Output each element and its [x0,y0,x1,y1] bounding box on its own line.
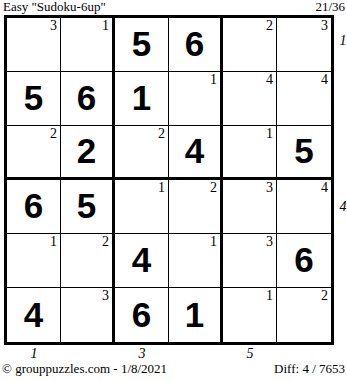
pencil-mark: 1 [210,234,217,250]
cell-r5c3[interactable]: 4 [115,234,169,288]
given-counter: 21/36 [315,0,345,14]
sudoku-grid: 315623561144222415651234124136436112 [4,15,334,345]
cell-r1c4[interactable]: 6 [169,18,223,72]
cell-r6c1[interactable]: 4 [7,288,61,342]
big-digit: 1 [132,80,151,115]
pencil-mark: 3 [321,18,328,34]
cell-r1c2[interactable]: 1 [61,18,115,72]
cell-r3c6[interactable]: 5 [277,126,331,180]
big-digit: 5 [24,80,43,115]
cell-r1c6[interactable]: 3 [277,18,331,72]
big-digit: 4 [132,242,151,277]
big-digit: 6 [185,26,204,61]
big-digit: 4 [185,133,204,168]
cell-r2c6[interactable]: 4 [277,72,331,126]
big-digit: 6 [132,297,151,332]
cell-r3c5[interactable]: 1 [223,126,277,180]
pencil-mark: 1 [266,288,273,304]
pencil-mark: 2 [210,180,217,196]
pencil-mark: 3 [266,180,273,196]
cell-r4c4[interactable]: 2 [169,180,223,234]
row-label-4: 4 [339,199,347,215]
big-digit: 6 [24,188,43,223]
pencil-mark: 4 [266,72,273,88]
cell-r2c3[interactable]: 1 [115,72,169,126]
cell-r4c1[interactable]: 6 [7,180,61,234]
pencil-mark: 2 [50,126,57,142]
difficulty-text: Diff: 4 / 7653 [274,361,345,376]
cell-r1c5[interactable]: 2 [223,18,277,72]
big-digit: 6 [294,242,313,277]
cell-r5c1[interactable]: 1 [7,234,61,288]
cell-r4c5[interactable]: 3 [223,180,277,234]
big-digit: 1 [185,297,204,332]
cell-r2c5[interactable]: 4 [223,72,277,126]
cell-r1c1[interactable]: 3 [7,18,61,72]
big-digit: 6 [77,80,96,115]
cell-r5c4[interactable]: 1 [169,234,223,288]
header: Easy "Sudoku-6up" 21/36 [3,0,345,14]
cell-r4c2[interactable]: 5 [61,180,115,234]
cell-r6c3[interactable]: 6 [115,288,169,342]
cell-r5c2[interactable]: 2 [61,234,115,288]
cell-r6c6[interactable]: 2 [277,288,331,342]
pencil-mark: 1 [210,72,217,88]
cell-r5c6[interactable]: 6 [277,234,331,288]
pencil-mark: 2 [158,126,165,142]
cell-r5c5[interactable]: 3 [223,234,277,288]
cell-r6c5[interactable]: 1 [223,288,277,342]
row-label-1: 1 [339,33,347,49]
pencil-mark: 2 [266,18,273,34]
cell-r3c1[interactable]: 2 [7,126,61,180]
pencil-mark: 1 [102,18,109,34]
pencil-mark: 3 [266,234,273,250]
col-label-1: 1 [24,346,44,362]
pencil-mark: 1 [158,180,165,196]
pencil-mark: 2 [321,288,328,304]
cell-r2c2[interactable]: 6 [61,72,115,126]
footer: © grouppuzzles.com - 1/8/2021 Diff: 4 / … [2,361,345,376]
pencil-mark: 4 [321,180,328,196]
big-digit: 2 [77,133,96,168]
pencil-mark: 3 [50,18,57,34]
cell-r6c2[interactable]: 3 [61,288,115,342]
big-digit: 5 [294,133,313,168]
cell-r3c2[interactable]: 2 [61,126,115,180]
big-digit: 5 [77,188,96,223]
cell-r4c6[interactable]: 4 [277,180,331,234]
pencil-mark: 3 [102,288,109,304]
cell-r1c3[interactable]: 5 [115,18,169,72]
big-digit: 4 [24,297,43,332]
cell-r3c3[interactable]: 2 [115,126,169,180]
pencil-mark: 1 [50,234,57,250]
page-title: Easy "Sudoku-6up" [3,0,106,14]
copyright-text: © grouppuzzles.com - 1/8/2021 [2,361,167,376]
big-digit: 5 [132,26,151,61]
pencil-mark: 1 [266,126,273,142]
cell-r4c3[interactable]: 1 [115,180,169,234]
col-label-3: 3 [132,346,152,362]
cell-r2c4[interactable]: 1 [169,72,223,126]
cell-r3c4[interactable]: 4 [169,126,223,180]
cell-r2c1[interactable]: 5 [7,72,61,126]
pencil-mark: 2 [102,234,109,250]
pencil-mark: 4 [321,72,328,88]
col-label-5: 5 [240,346,260,362]
cell-r6c4[interactable]: 1 [169,288,223,342]
